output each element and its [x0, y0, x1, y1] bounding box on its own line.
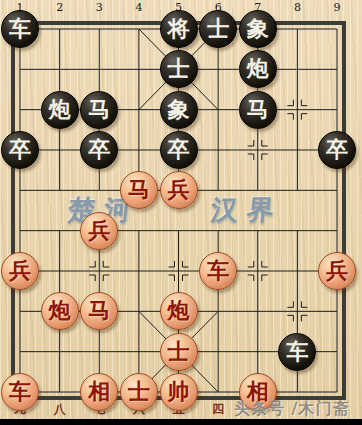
bottom-strip	[0, 419, 362, 425]
watermark: 头条号 /木门斋	[234, 399, 349, 420]
piece-red-elephant[interactable]: 相	[80, 373, 118, 411]
piece-red-general[interactable]: 帅	[160, 373, 198, 411]
piece-black-cannon[interactable]: 炮	[239, 50, 277, 88]
piece-red-advisor[interactable]: 士	[160, 333, 198, 371]
pieces-layer: 车将士象士炮炮马象马卒卒卒卒车马兵兵兵车兵炮马炮士车相士帅相	[0, 9, 357, 412]
piece-red-advisor[interactable]: 士	[120, 373, 158, 411]
piece-black-elephant[interactable]: 象	[160, 91, 198, 129]
piece-red-soldier[interactable]: 兵	[80, 212, 118, 250]
piece-black-advisor[interactable]: 士	[160, 50, 198, 88]
piece-black-chariot[interactable]: 车	[1, 10, 39, 48]
piece-black-soldier[interactable]: 卒	[160, 131, 198, 169]
piece-red-chariot[interactable]: 车	[1, 373, 39, 411]
piece-black-horse[interactable]: 马	[239, 91, 277, 129]
piece-red-soldier[interactable]: 兵	[1, 252, 39, 290]
piece-red-cannon[interactable]: 炮	[160, 292, 198, 330]
piece-black-horse[interactable]: 马	[80, 91, 118, 129]
piece-black-elephant[interactable]: 象	[239, 10, 277, 48]
piece-black-soldier[interactable]: 卒	[318, 131, 356, 169]
xiangqi-board: 123456789 九八七六五四 楚河 汉界 车将士象士炮炮马象马卒卒卒卒车马兵…	[0, 0, 362, 425]
piece-black-chariot[interactable]: 车	[278, 333, 316, 371]
piece-red-horse[interactable]: 马	[120, 171, 158, 209]
piece-red-soldier[interactable]: 兵	[318, 252, 356, 290]
piece-black-general[interactable]: 将	[160, 10, 198, 48]
piece-red-soldier[interactable]: 兵	[160, 171, 198, 209]
piece-black-soldier[interactable]: 卒	[80, 131, 118, 169]
piece-red-horse[interactable]: 马	[80, 292, 118, 330]
piece-red-chariot[interactable]: 车	[199, 252, 237, 290]
piece-black-advisor[interactable]: 士	[199, 10, 237, 48]
piece-black-soldier[interactable]: 卒	[1, 131, 39, 169]
piece-black-cannon[interactable]: 炮	[41, 91, 79, 129]
piece-red-cannon[interactable]: 炮	[41, 292, 79, 330]
